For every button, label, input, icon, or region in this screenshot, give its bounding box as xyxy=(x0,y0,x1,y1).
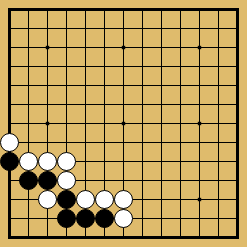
board-intersection[interactable] xyxy=(228,19,247,38)
board-intersection[interactable] xyxy=(0,228,19,247)
board-intersection[interactable] xyxy=(114,57,133,76)
board-intersection[interactable] xyxy=(19,209,38,228)
board-intersection[interactable] xyxy=(57,228,76,247)
board-intersection[interactable] xyxy=(0,114,19,133)
board-intersection[interactable] xyxy=(38,95,57,114)
board-intersection[interactable] xyxy=(209,0,228,19)
board-intersection[interactable] xyxy=(57,190,76,209)
white-stone xyxy=(38,190,57,209)
board-intersection[interactable] xyxy=(209,190,228,209)
board-intersection[interactable] xyxy=(209,114,228,133)
board-intersection[interactable] xyxy=(190,228,209,247)
board-intersection[interactable] xyxy=(171,95,190,114)
board-intersection[interactable] xyxy=(133,76,152,95)
board-intersection[interactable] xyxy=(95,228,114,247)
board-intersection[interactable] xyxy=(152,190,171,209)
board-intersection[interactable] xyxy=(114,19,133,38)
board-intersection[interactable] xyxy=(133,57,152,76)
board-intersection[interactable] xyxy=(57,171,76,190)
board-intersection[interactable] xyxy=(95,0,114,19)
board-intersection[interactable] xyxy=(19,19,38,38)
board-intersection[interactable] xyxy=(190,57,209,76)
board-intersection[interactable] xyxy=(171,171,190,190)
white-stone xyxy=(57,152,76,171)
board-intersection[interactable] xyxy=(19,57,38,76)
board-intersection[interactable] xyxy=(0,38,19,57)
board-intersection[interactable] xyxy=(95,114,114,133)
board-intersection[interactable] xyxy=(76,209,95,228)
board-intersection[interactable] xyxy=(0,76,19,95)
board-intersection[interactable] xyxy=(228,171,247,190)
board-intersection[interactable] xyxy=(228,95,247,114)
board-intersection[interactable] xyxy=(152,228,171,247)
board-intersection[interactable] xyxy=(190,38,209,57)
board-intersection[interactable] xyxy=(57,133,76,152)
board-intersection[interactable] xyxy=(171,57,190,76)
board-intersection[interactable] xyxy=(171,0,190,19)
board-intersection[interactable] xyxy=(19,152,38,171)
go-board-diagram xyxy=(0,0,247,247)
board-intersection[interactable] xyxy=(190,95,209,114)
board-intersection[interactable] xyxy=(209,38,228,57)
board-intersection[interactable] xyxy=(209,76,228,95)
board-intersection[interactable] xyxy=(95,190,114,209)
go-board xyxy=(8,8,239,239)
board-intersection[interactable] xyxy=(38,228,57,247)
white-stone xyxy=(95,190,114,209)
board-intersection[interactable] xyxy=(38,38,57,57)
white-stone xyxy=(114,190,133,209)
board-intersection[interactable] xyxy=(171,133,190,152)
board-intersection[interactable] xyxy=(152,76,171,95)
board-intersection[interactable] xyxy=(38,209,57,228)
board-intersection[interactable] xyxy=(38,190,57,209)
board-intersection[interactable] xyxy=(114,114,133,133)
board-intersection[interactable] xyxy=(171,228,190,247)
board-intersection[interactable] xyxy=(57,76,76,95)
stones-layer xyxy=(0,0,247,247)
board-intersection[interactable] xyxy=(38,19,57,38)
white-stone xyxy=(38,152,57,171)
board-intersection[interactable] xyxy=(76,76,95,95)
board-intersection[interactable] xyxy=(95,152,114,171)
board-intersection[interactable] xyxy=(0,171,19,190)
board-intersection[interactable] xyxy=(152,0,171,19)
board-intersection[interactable] xyxy=(209,19,228,38)
board-intersection[interactable] xyxy=(95,171,114,190)
board-intersection[interactable] xyxy=(152,19,171,38)
board-intersection[interactable] xyxy=(0,19,19,38)
board-intersection[interactable] xyxy=(76,38,95,57)
board-intersection[interactable] xyxy=(171,38,190,57)
board-intersection[interactable] xyxy=(228,57,247,76)
black-stone xyxy=(0,152,19,171)
board-intersection[interactable] xyxy=(0,95,19,114)
board-intersection[interactable] xyxy=(19,95,38,114)
board-intersection[interactable] xyxy=(76,152,95,171)
board-intersection[interactable] xyxy=(95,95,114,114)
board-intersection[interactable] xyxy=(38,57,57,76)
board-intersection[interactable] xyxy=(228,190,247,209)
board-intersection[interactable] xyxy=(190,209,209,228)
board-intersection[interactable] xyxy=(19,171,38,190)
black-stone xyxy=(57,190,76,209)
board-intersection[interactable] xyxy=(209,95,228,114)
board-intersection[interactable] xyxy=(57,38,76,57)
board-intersection[interactable] xyxy=(228,228,247,247)
board-intersection[interactable] xyxy=(19,114,38,133)
board-intersection[interactable] xyxy=(171,114,190,133)
board-intersection[interactable] xyxy=(38,171,57,190)
board-intersection[interactable] xyxy=(76,114,95,133)
black-stone xyxy=(57,209,76,228)
board-intersection[interactable] xyxy=(95,57,114,76)
board-intersection[interactable] xyxy=(76,171,95,190)
board-intersection[interactable] xyxy=(133,114,152,133)
board-intersection[interactable] xyxy=(190,152,209,171)
board-intersection[interactable] xyxy=(171,76,190,95)
board-intersection[interactable] xyxy=(171,209,190,228)
board-intersection[interactable] xyxy=(152,95,171,114)
board-intersection[interactable] xyxy=(76,228,95,247)
board-intersection[interactable] xyxy=(19,38,38,57)
board-intersection[interactable] xyxy=(190,171,209,190)
white-stone xyxy=(19,152,38,171)
board-intersection[interactable] xyxy=(38,114,57,133)
board-intersection[interactable] xyxy=(190,190,209,209)
board-intersection[interactable] xyxy=(114,209,133,228)
board-intersection[interactable] xyxy=(171,190,190,209)
board-intersection[interactable] xyxy=(0,133,19,152)
board-intersection[interactable] xyxy=(133,38,152,57)
black-stone xyxy=(38,171,57,190)
board-intersection[interactable] xyxy=(190,0,209,19)
board-intersection[interactable] xyxy=(133,95,152,114)
board-intersection[interactable] xyxy=(152,152,171,171)
board-intersection[interactable] xyxy=(133,228,152,247)
board-intersection[interactable] xyxy=(152,38,171,57)
board-intersection[interactable] xyxy=(57,209,76,228)
board-intersection[interactable] xyxy=(57,152,76,171)
board-intersection[interactable] xyxy=(190,76,209,95)
black-stone xyxy=(19,171,38,190)
board-intersection[interactable] xyxy=(0,152,19,171)
board-intersection[interactable] xyxy=(133,190,152,209)
board-intersection[interactable] xyxy=(19,76,38,95)
board-intersection[interactable] xyxy=(114,152,133,171)
black-stone xyxy=(95,209,114,228)
board-intersection[interactable] xyxy=(95,38,114,57)
board-intersection[interactable] xyxy=(38,133,57,152)
board-intersection[interactable] xyxy=(76,95,95,114)
board-intersection[interactable] xyxy=(171,19,190,38)
board-intersection[interactable] xyxy=(114,38,133,57)
white-stone xyxy=(0,133,19,152)
board-intersection[interactable] xyxy=(0,0,19,19)
board-intersection[interactable] xyxy=(133,19,152,38)
board-intersection[interactable] xyxy=(228,114,247,133)
board-intersection[interactable] xyxy=(76,57,95,76)
board-intersection[interactable] xyxy=(95,133,114,152)
board-intersection[interactable] xyxy=(228,133,247,152)
board-intersection[interactable] xyxy=(228,0,247,19)
board-intersection[interactable] xyxy=(19,190,38,209)
board-intersection[interactable] xyxy=(209,171,228,190)
board-intersection[interactable] xyxy=(95,209,114,228)
board-intersection[interactable] xyxy=(133,209,152,228)
board-intersection[interactable] xyxy=(76,19,95,38)
board-intersection[interactable] xyxy=(57,114,76,133)
board-intersection[interactable] xyxy=(114,0,133,19)
board-intersection[interactable] xyxy=(76,133,95,152)
white-stone xyxy=(57,171,76,190)
board-intersection[interactable] xyxy=(133,133,152,152)
board-intersection[interactable] xyxy=(57,0,76,19)
board-intersection[interactable] xyxy=(152,209,171,228)
board-intersection[interactable] xyxy=(228,38,247,57)
board-intersection[interactable] xyxy=(228,152,247,171)
board-intersection[interactable] xyxy=(0,57,19,76)
board-intersection[interactable] xyxy=(133,152,152,171)
board-intersection[interactable] xyxy=(152,171,171,190)
board-intersection[interactable] xyxy=(0,209,19,228)
board-intersection[interactable] xyxy=(228,209,247,228)
black-stone xyxy=(76,209,95,228)
board-intersection[interactable] xyxy=(114,171,133,190)
board-intersection[interactable] xyxy=(95,76,114,95)
board-intersection[interactable] xyxy=(152,57,171,76)
board-intersection[interactable] xyxy=(190,133,209,152)
board-intersection[interactable] xyxy=(95,19,114,38)
board-intersection[interactable] xyxy=(209,133,228,152)
board-intersection[interactable] xyxy=(76,0,95,19)
board-intersection[interactable] xyxy=(38,0,57,19)
board-intersection[interactable] xyxy=(133,171,152,190)
board-intersection[interactable] xyxy=(133,0,152,19)
white-stone xyxy=(114,209,133,228)
board-intersection[interactable] xyxy=(114,76,133,95)
board-intersection[interactable] xyxy=(171,152,190,171)
board-intersection[interactable] xyxy=(38,76,57,95)
board-intersection[interactable] xyxy=(19,228,38,247)
board-intersection[interactable] xyxy=(114,228,133,247)
board-intersection[interactable] xyxy=(152,114,171,133)
board-intersection[interactable] xyxy=(228,76,247,95)
board-intersection[interactable] xyxy=(57,19,76,38)
board-intersection[interactable] xyxy=(57,95,76,114)
board-intersection[interactable] xyxy=(0,190,19,209)
board-intersection[interactable] xyxy=(114,133,133,152)
board-intersection[interactable] xyxy=(190,19,209,38)
board-intersection[interactable] xyxy=(114,95,133,114)
board-intersection[interactable] xyxy=(152,133,171,152)
board-intersection[interactable] xyxy=(19,133,38,152)
board-intersection[interactable] xyxy=(209,228,228,247)
white-stone xyxy=(76,190,95,209)
board-intersection[interactable] xyxy=(190,114,209,133)
board-intersection[interactable] xyxy=(209,57,228,76)
board-intersection[interactable] xyxy=(38,152,57,171)
board-intersection[interactable] xyxy=(114,190,133,209)
board-intersection[interactable] xyxy=(57,57,76,76)
board-intersection[interactable] xyxy=(19,0,38,19)
board-intersection[interactable] xyxy=(209,209,228,228)
board-intersection[interactable] xyxy=(209,152,228,171)
board-intersection[interactable] xyxy=(76,190,95,209)
